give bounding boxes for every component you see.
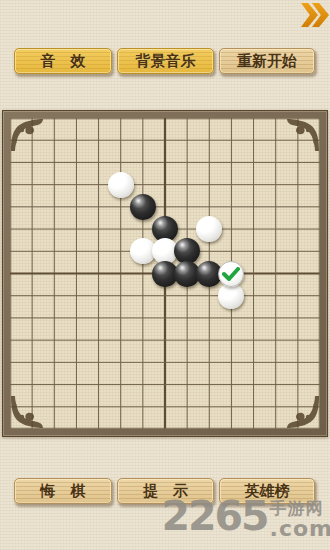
background-music-button[interactable]: 背景音乐 — [117, 48, 214, 74]
watermark-site-name: 手游网 — [270, 500, 330, 517]
check-icon — [222, 267, 240, 281]
white-stone — [218, 283, 244, 309]
corner-ornament-icon — [286, 395, 320, 429]
undo-move-button[interactable]: 悔 棋 — [14, 478, 112, 504]
white-stone — [108, 172, 134, 198]
watermark-number: 2265 — [161, 500, 267, 534]
game-screen: 音 效 背景音乐 重新开始 — [0, 0, 330, 550]
black-stone — [130, 194, 156, 220]
restart-button[interactable]: 重新开始 — [219, 48, 315, 74]
corner-ornament-icon — [286, 118, 320, 152]
watermark-domain-suffix: .com — [270, 518, 330, 540]
expand-chevron-button[interactable] — [301, 3, 330, 27]
gomoku-board[interactable] — [2, 110, 328, 437]
board-grid[interactable] — [10, 118, 320, 429]
white-stone — [196, 216, 222, 242]
site-watermark: 2265 手游网 .com — [161, 500, 330, 540]
pending-move-check-marker[interactable] — [218, 261, 244, 287]
sound-effects-button[interactable]: 音 效 — [14, 48, 112, 74]
corner-ornament-icon — [10, 118, 44, 152]
corner-ornament-icon — [10, 395, 44, 429]
